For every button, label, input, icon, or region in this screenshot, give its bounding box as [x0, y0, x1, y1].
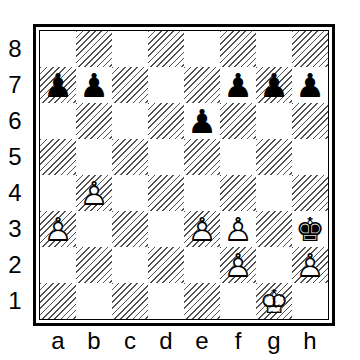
board-frame: ♟♟♟♟♟♟♟♙♟♙♟♙♟♙♚♟♙♟♙♚♔	[33, 24, 335, 326]
square-e5[interactable]	[184, 139, 220, 175]
square-e6[interactable]: ♟	[184, 103, 220, 139]
piece-glyph: ♟	[256, 67, 292, 103]
file-label-a: a	[40, 327, 76, 355]
square-g8[interactable]	[256, 31, 292, 67]
square-h3[interactable]: ♚	[292, 211, 328, 247]
square-f3[interactable]: ♟♙	[220, 211, 256, 247]
square-g2[interactable]	[256, 247, 292, 283]
file-label-g: g	[256, 327, 292, 355]
file-label-f: f	[220, 327, 256, 355]
piece-black-pawn-h7[interactable]: ♟	[292, 67, 328, 103]
piece-white-pawn-b4[interactable]: ♟♙	[76, 175, 112, 211]
piece-white-pawn-e3[interactable]: ♟♙	[184, 211, 220, 247]
square-a6[interactable]	[40, 103, 76, 139]
square-d4[interactable]	[148, 175, 184, 211]
square-b4[interactable]: ♟♙	[76, 175, 112, 211]
square-d7[interactable]	[148, 67, 184, 103]
file-label-c: c	[112, 327, 148, 355]
piece-black-pawn-b7[interactable]: ♟	[76, 67, 112, 103]
square-e7[interactable]	[184, 67, 220, 103]
square-b3[interactable]	[76, 211, 112, 247]
piece-glyph: ♔	[256, 283, 292, 319]
square-f7[interactable]: ♟	[220, 67, 256, 103]
rank-label-8: 8	[2, 31, 28, 67]
file-label-h: h	[292, 327, 328, 355]
square-f6[interactable]	[220, 103, 256, 139]
square-f1[interactable]	[220, 283, 256, 319]
square-d3[interactable]	[148, 211, 184, 247]
square-c3[interactable]	[112, 211, 148, 247]
piece-glyph: ♙	[184, 211, 220, 247]
file-label-e: e	[184, 327, 220, 355]
piece-white-pawn-f3[interactable]: ♟♙	[220, 211, 256, 247]
square-h1[interactable]	[292, 283, 328, 319]
square-a1[interactable]	[40, 283, 76, 319]
square-b2[interactable]	[76, 247, 112, 283]
rank-label-7: 7	[2, 67, 28, 103]
square-b1[interactable]	[76, 283, 112, 319]
square-g4[interactable]	[256, 175, 292, 211]
rank-label-3: 3	[2, 211, 28, 247]
rank-label-5: 5	[2, 139, 28, 175]
square-a3[interactable]: ♟♙	[40, 211, 76, 247]
piece-white-pawn-h2[interactable]: ♟♙	[292, 247, 328, 283]
chess-diagram: 87654321 ♟♟♟♟♟♟♟♙♟♙♟♙♟♙♚♟♙♟♙♚♔ abcdefgh	[0, 0, 360, 360]
square-d2[interactable]	[148, 247, 184, 283]
square-a2[interactable]	[40, 247, 76, 283]
square-e1[interactable]	[184, 283, 220, 319]
piece-black-pawn-g7[interactable]: ♟	[256, 67, 292, 103]
square-c1[interactable]	[112, 283, 148, 319]
square-a7[interactable]: ♟	[40, 67, 76, 103]
piece-glyph: ♚	[292, 211, 328, 247]
piece-white-king-g1[interactable]: ♚♔	[256, 283, 292, 319]
piece-glyph: ♟	[76, 67, 112, 103]
square-f8[interactable]	[220, 31, 256, 67]
square-h5[interactable]	[292, 139, 328, 175]
square-b6[interactable]	[76, 103, 112, 139]
square-d6[interactable]	[148, 103, 184, 139]
piece-glyph: ♙	[220, 247, 256, 283]
piece-glyph: ♙	[40, 211, 76, 247]
piece-glyph: ♙	[292, 247, 328, 283]
square-d8[interactable]	[148, 31, 184, 67]
rank-label-1: 1	[2, 283, 28, 319]
square-d5[interactable]	[148, 139, 184, 175]
rank-label-2: 2	[2, 247, 28, 283]
square-e8[interactable]	[184, 31, 220, 67]
square-c2[interactable]	[112, 247, 148, 283]
square-c4[interactable]	[112, 175, 148, 211]
square-h7[interactable]: ♟	[292, 67, 328, 103]
square-e3[interactable]: ♟♙	[184, 211, 220, 247]
rank-label-6: 6	[2, 103, 28, 139]
piece-black-king-h3[interactable]: ♚	[292, 211, 328, 247]
square-f2[interactable]: ♟♙	[220, 247, 256, 283]
board: ♟♟♟♟♟♟♟♙♟♙♟♙♟♙♚♟♙♟♙♚♔	[39, 30, 329, 320]
square-h2[interactable]: ♟♙	[292, 247, 328, 283]
square-c8[interactable]	[112, 31, 148, 67]
rank-labels: 87654321	[2, 31, 28, 319]
piece-white-pawn-f2[interactable]: ♟♙	[220, 247, 256, 283]
square-g3[interactable]	[256, 211, 292, 247]
piece-glyph: ♟	[292, 67, 328, 103]
square-h8[interactable]	[292, 31, 328, 67]
file-label-b: b	[76, 327, 112, 355]
square-d1[interactable]	[148, 283, 184, 319]
square-a8[interactable]	[40, 31, 76, 67]
square-g7[interactable]: ♟	[256, 67, 292, 103]
rank-label-4: 4	[2, 175, 28, 211]
file-label-d: d	[148, 327, 184, 355]
piece-black-pawn-a7[interactable]: ♟	[40, 67, 76, 103]
square-g5[interactable]	[256, 139, 292, 175]
piece-glyph: ♟	[40, 67, 76, 103]
file-labels: abcdefgh	[40, 327, 328, 355]
square-f5[interactable]	[220, 139, 256, 175]
square-b5[interactable]	[76, 139, 112, 175]
square-a5[interactable]	[40, 139, 76, 175]
square-b8[interactable]	[76, 31, 112, 67]
square-a4[interactable]	[40, 175, 76, 211]
square-g6[interactable]	[256, 103, 292, 139]
piece-glyph: ♙	[76, 175, 112, 211]
piece-glyph: ♟	[220, 67, 256, 103]
square-e2[interactable]	[184, 247, 220, 283]
square-c7[interactable]	[112, 67, 148, 103]
piece-black-pawn-f7[interactable]: ♟	[220, 67, 256, 103]
piece-glyph: ♙	[220, 211, 256, 247]
square-b7[interactable]: ♟	[76, 67, 112, 103]
square-g1[interactable]: ♚♔	[256, 283, 292, 319]
piece-glyph: ♟	[184, 103, 220, 139]
square-h4[interactable]	[292, 175, 328, 211]
square-e4[interactable]	[184, 175, 220, 211]
square-h6[interactable]	[292, 103, 328, 139]
square-f4[interactable]	[220, 175, 256, 211]
square-c6[interactable]	[112, 103, 148, 139]
square-c5[interactable]	[112, 139, 148, 175]
piece-white-pawn-a3[interactable]: ♟♙	[40, 211, 76, 247]
piece-black-pawn-e6[interactable]: ♟	[184, 103, 220, 139]
